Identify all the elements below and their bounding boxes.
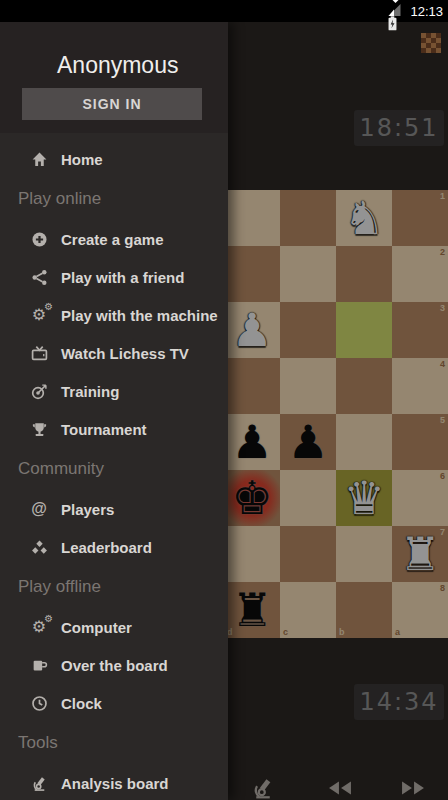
drawer-item-clock[interactable]: Clock xyxy=(0,684,228,722)
nav-drawer: Anonymous SIGN IN HomePlay onlineCreate … xyxy=(0,22,228,800)
drawer-section-play-online: Play online xyxy=(0,178,228,220)
drawer-section-tools: Tools xyxy=(0,722,228,764)
drawer-item-label: Over the board xyxy=(61,657,168,674)
drawer-section-label: Community xyxy=(18,459,104,479)
drawer-header: Anonymous SIGN IN xyxy=(0,22,228,133)
sign-in-button[interactable]: SIGN IN xyxy=(22,88,202,120)
drawer-item-home[interactable]: Home xyxy=(0,140,228,178)
drawer-item-label: Players xyxy=(61,501,114,518)
drawer-item-label: Tournament xyxy=(61,421,147,438)
app-screen: 12:13 18:51 ♞12♟34♟♟5♚♛6♜7hgfe♜dcb8a 14:… xyxy=(0,0,448,800)
home-icon xyxy=(28,151,50,168)
drawer-item-play-with-a-friend[interactable]: Play with a friend xyxy=(0,258,228,296)
target-icon xyxy=(28,383,50,400)
share-icon xyxy=(28,269,50,286)
drawer-item-label: Training xyxy=(61,383,119,400)
signal-icon xyxy=(388,4,403,16)
gears-icon: ⚙⚙ xyxy=(28,307,50,323)
drawer-item-label: Leaderboard xyxy=(61,539,152,556)
drawer-menu: HomePlay onlineCreate a gamePlay with a … xyxy=(0,133,228,800)
drawer-item-label: Analysis board xyxy=(61,775,169,792)
username: Anonymous xyxy=(57,52,178,79)
drawer-item-label: Play with the machine xyxy=(61,307,218,324)
cubes-icon xyxy=(28,539,50,556)
drawer-item-play-with-the-machine[interactable]: ⚙⚙Play with the machine xyxy=(0,296,228,334)
drawer-item-label: Watch Lichess TV xyxy=(61,345,189,362)
drawer-item-computer[interactable]: ⚙⚙Computer xyxy=(0,608,228,646)
drawer-item-training[interactable]: Training xyxy=(0,372,228,410)
drawer-item-label: Create a game xyxy=(61,231,164,248)
status-time: 12:13 xyxy=(410,4,443,19)
drawer-section-label: Tools xyxy=(18,733,58,753)
drawer-item-tournament[interactable]: Tournament xyxy=(0,410,228,448)
drawer-item-players[interactable]: @Players xyxy=(0,490,228,528)
trophy-icon xyxy=(28,421,50,438)
clock-icon xyxy=(28,695,50,712)
mug-icon xyxy=(28,657,50,674)
drawer-item-label: Computer xyxy=(61,619,132,636)
drawer-item-label: Clock xyxy=(61,695,102,712)
drawer-item-watch-lichess-tv[interactable]: Watch Lichess TV xyxy=(0,334,228,372)
plus-circle-icon xyxy=(28,231,50,248)
drawer-item-leaderboard[interactable]: Leaderboard xyxy=(0,528,228,566)
microscope-icon xyxy=(28,775,50,792)
drawer-item-label: Home xyxy=(61,151,103,168)
status-bar: 12:13 xyxy=(0,0,448,22)
status-icons xyxy=(388,0,403,31)
drawer-item-analysis-board[interactable]: Analysis board xyxy=(0,764,228,800)
gears-icon: ⚙⚙ xyxy=(28,619,50,635)
drawer-item-over-the-board[interactable]: Over the board xyxy=(0,646,228,684)
drawer-section-play-offline: Play offline xyxy=(0,566,228,608)
tv-icon xyxy=(28,345,50,362)
at-icon: @ xyxy=(28,501,50,517)
drawer-section-label: Play offline xyxy=(18,577,101,597)
drawer-section-label: Play online xyxy=(18,189,101,209)
drawer-item-label: Play with a friend xyxy=(61,269,184,286)
drawer-section-community: Community xyxy=(0,448,228,490)
drawer-item-create-a-game[interactable]: Create a game xyxy=(0,220,228,258)
battery-charging-icon xyxy=(388,16,403,31)
